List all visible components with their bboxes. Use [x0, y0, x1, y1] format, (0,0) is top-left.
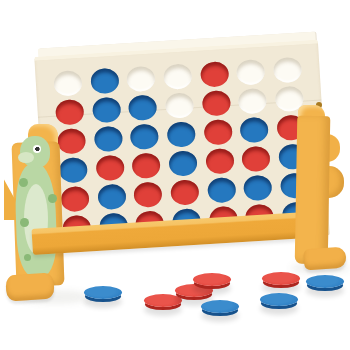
- loose-blue-disc[interactable]: [306, 275, 344, 288]
- loose-red-disc[interactable]: [175, 284, 213, 297]
- loose-red-disc[interactable]: [193, 273, 231, 286]
- loose-red-disc[interactable]: [262, 272, 300, 285]
- loose-discs: [0, 0, 350, 350]
- loose-blue-disc[interactable]: [260, 293, 298, 306]
- product-photo-connect-four: [0, 0, 350, 350]
- loose-red-disc[interactable]: [144, 294, 182, 307]
- loose-blue-disc[interactable]: [84, 286, 122, 299]
- loose-blue-disc[interactable]: [201, 300, 239, 313]
